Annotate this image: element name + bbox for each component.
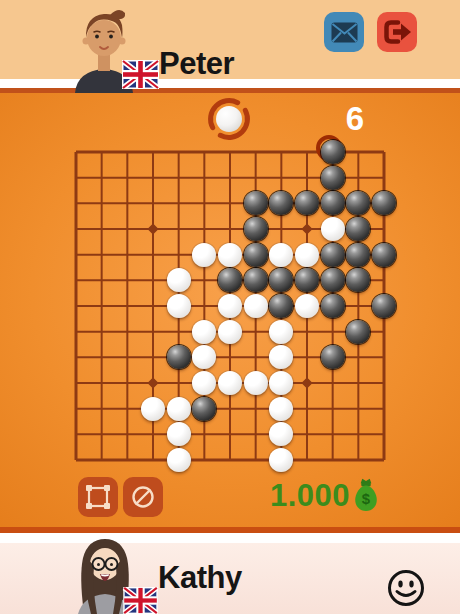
white-stone	[269, 320, 293, 344]
white-stone	[218, 294, 242, 318]
white-stone	[192, 320, 216, 344]
black-stone	[321, 191, 345, 215]
black-stone	[321, 294, 345, 318]
star-point	[301, 377, 312, 388]
top-player-name: Peter	[159, 46, 234, 82]
black-stone	[244, 217, 268, 241]
white-stone	[141, 397, 165, 421]
white-stone	[167, 448, 191, 472]
white-stone	[167, 268, 191, 292]
selection-frame-icon	[84, 483, 112, 511]
white-stone	[269, 397, 293, 421]
black-stone	[321, 243, 345, 267]
move-timer: 6	[330, 100, 380, 138]
white-stone	[269, 243, 293, 267]
exit-button[interactable]	[377, 12, 417, 52]
mark-tool-button[interactable]	[78, 477, 118, 517]
mail-envelope-icon	[331, 22, 358, 43]
exit-logout-icon	[382, 18, 412, 46]
star-point	[147, 377, 158, 388]
black-stone	[321, 140, 345, 164]
forbidden-circle-icon	[129, 483, 157, 511]
black-stone	[321, 345, 345, 369]
black-stone	[244, 243, 268, 267]
forbidden-tool-button[interactable]	[123, 477, 163, 517]
bottom-player-name: Kathy	[158, 560, 242, 596]
smiley-face-icon	[386, 568, 426, 608]
white-stone	[321, 217, 345, 241]
black-stone	[321, 166, 345, 190]
emote-button[interactable]	[386, 568, 426, 608]
white-stone	[167, 294, 191, 318]
mail-button[interactable]	[324, 12, 364, 52]
white-stone	[218, 320, 242, 344]
white-stone	[192, 243, 216, 267]
white-stone	[244, 294, 268, 318]
black-stone	[167, 345, 191, 369]
white-stone	[167, 397, 191, 421]
star-point	[301, 223, 312, 234]
money-bag-icon: $	[352, 478, 380, 512]
turn-indicator-spinner	[207, 97, 251, 141]
black-stone	[372, 243, 396, 267]
white-stone	[295, 294, 319, 318]
white-stone	[167, 422, 191, 446]
black-stone	[244, 268, 268, 292]
black-stone	[346, 243, 370, 267]
black-stone	[372, 294, 396, 318]
stake-amount: 1.000	[220, 478, 350, 514]
svg-text:$: $	[362, 491, 371, 507]
uk-flag-icon	[122, 60, 159, 89]
game-screen: Peter Kathy 6	[0, 0, 460, 614]
black-stone	[346, 320, 370, 344]
uk-flag-icon	[122, 587, 159, 614]
black-stone	[321, 268, 345, 292]
white-stone	[218, 371, 242, 395]
white-stone	[244, 371, 268, 395]
star-point	[147, 223, 158, 234]
black-stone	[244, 191, 268, 215]
black-stone	[192, 397, 216, 421]
white-stone	[218, 243, 242, 267]
top-divider	[0, 88, 460, 93]
white-stone	[295, 243, 319, 267]
bottom-white-strip	[0, 533, 460, 543]
